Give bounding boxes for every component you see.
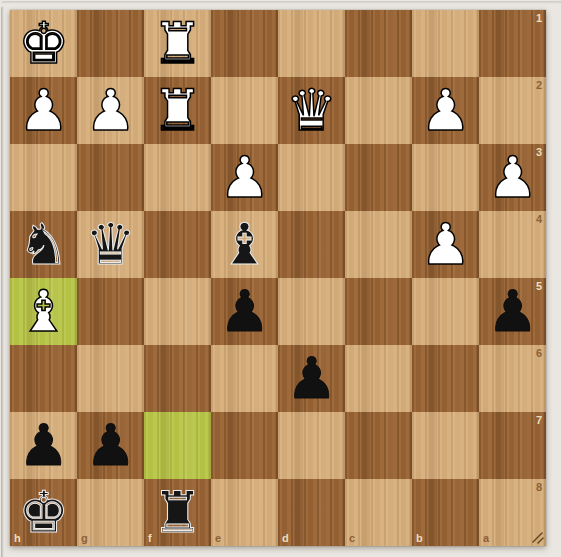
white-pawn[interactable]: ♟ xyxy=(77,77,144,144)
square-a7[interactable]: 7 xyxy=(479,412,546,479)
square-e3[interactable]: ♟ xyxy=(211,144,278,211)
file-label-c: c xyxy=(349,532,355,544)
square-a3[interactable]: 3♟ xyxy=(479,144,546,211)
square-g2[interactable]: ♟ xyxy=(77,77,144,144)
black-king[interactable]: ♚ xyxy=(10,479,77,546)
square-b7[interactable] xyxy=(412,412,479,479)
square-g3[interactable] xyxy=(77,144,144,211)
file-label-a: a xyxy=(483,532,489,544)
square-g8[interactable]: g xyxy=(77,479,144,546)
square-d6[interactable]: ♟ xyxy=(278,345,345,412)
black-knight[interactable]: ♞ xyxy=(10,211,77,278)
square-f7[interactable] xyxy=(144,412,211,479)
window-top-edge xyxy=(1,1,561,4)
square-f4[interactable] xyxy=(144,211,211,278)
square-d4[interactable] xyxy=(278,211,345,278)
square-h1[interactable]: ♚ xyxy=(10,10,77,77)
page-background: { "game": "chess", "board": { "orientati… xyxy=(0,0,561,557)
white-rook[interactable]: ♜ xyxy=(144,77,211,144)
square-e1[interactable] xyxy=(211,10,278,77)
square-b6[interactable] xyxy=(412,345,479,412)
square-d3[interactable] xyxy=(278,144,345,211)
square-h7[interactable]: ♟ xyxy=(10,412,77,479)
file-label-g: g xyxy=(81,532,88,544)
square-e5[interactable]: ♟ xyxy=(211,278,278,345)
square-h5[interactable]: ♝ xyxy=(10,278,77,345)
white-bishop[interactable]: ♝ xyxy=(10,278,77,345)
square-d1[interactable] xyxy=(278,10,345,77)
file-label-e: e xyxy=(215,532,221,544)
white-pawn[interactable]: ♟ xyxy=(10,77,77,144)
square-a5[interactable]: 5♟ xyxy=(479,278,546,345)
square-c7[interactable] xyxy=(345,412,412,479)
file-label-d: d xyxy=(282,532,289,544)
square-f1[interactable]: ♜ xyxy=(144,10,211,77)
square-c6[interactable] xyxy=(345,345,412,412)
black-pawn[interactable]: ♟ xyxy=(278,345,345,412)
square-h2[interactable]: ♟ xyxy=(10,77,77,144)
square-c3[interactable] xyxy=(345,144,412,211)
rank-label-8: 8 xyxy=(536,481,542,493)
square-f2[interactable]: ♜ xyxy=(144,77,211,144)
square-e7[interactable] xyxy=(211,412,278,479)
square-c1[interactable] xyxy=(345,10,412,77)
square-c4[interactable] xyxy=(345,211,412,278)
square-e8[interactable]: e xyxy=(211,479,278,546)
square-b4[interactable]: ♟ xyxy=(412,211,479,278)
square-b3[interactable] xyxy=(412,144,479,211)
square-g5[interactable] xyxy=(77,278,144,345)
square-e2[interactable] xyxy=(211,77,278,144)
square-a2[interactable]: 2 xyxy=(479,77,546,144)
resize-grip-icon[interactable] xyxy=(531,531,544,544)
square-d2[interactable]: ♛ xyxy=(278,77,345,144)
black-pawn[interactable]: ♟ xyxy=(479,278,546,345)
square-f5[interactable] xyxy=(144,278,211,345)
square-b8[interactable]: b xyxy=(412,479,479,546)
square-h4[interactable]: ♞ xyxy=(10,211,77,278)
square-h8[interactable]: h♚ xyxy=(10,479,77,546)
square-a6[interactable]: 6 xyxy=(479,345,546,412)
file-label-b: b xyxy=(416,532,423,544)
square-g6[interactable] xyxy=(77,345,144,412)
rank-label-1: 1 xyxy=(536,12,542,24)
square-b2[interactable]: ♟ xyxy=(412,77,479,144)
rank-label-7: 7 xyxy=(536,414,542,426)
rank-label-4: 4 xyxy=(536,213,542,225)
square-e4[interactable]: ♝ xyxy=(211,211,278,278)
white-pawn[interactable]: ♟ xyxy=(479,144,546,211)
square-g7[interactable]: ♟ xyxy=(77,412,144,479)
square-g1[interactable] xyxy=(77,10,144,77)
black-rook[interactable]: ♜ xyxy=(144,479,211,546)
square-h6[interactable] xyxy=(10,345,77,412)
square-d5[interactable] xyxy=(278,278,345,345)
square-e6[interactable] xyxy=(211,345,278,412)
square-f6[interactable] xyxy=(144,345,211,412)
white-pawn[interactable]: ♟ xyxy=(211,144,278,211)
rank-label-2: 2 xyxy=(536,79,542,91)
black-pawn[interactable]: ♟ xyxy=(10,412,77,479)
square-a4[interactable]: 4 xyxy=(479,211,546,278)
square-c8[interactable]: c xyxy=(345,479,412,546)
black-pawn[interactable]: ♟ xyxy=(77,412,144,479)
square-d7[interactable] xyxy=(278,412,345,479)
square-b1[interactable] xyxy=(412,10,479,77)
white-queen[interactable]: ♛ xyxy=(278,77,345,144)
square-b5[interactable] xyxy=(412,278,479,345)
white-pawn[interactable]: ♟ xyxy=(412,211,479,278)
square-f8[interactable]: f♜ xyxy=(144,479,211,546)
black-pawn[interactable]: ♟ xyxy=(211,278,278,345)
white-pawn[interactable]: ♟ xyxy=(412,77,479,144)
square-c2[interactable] xyxy=(345,77,412,144)
white-king[interactable]: ♚ xyxy=(10,10,77,77)
white-rook[interactable]: ♜ xyxy=(144,10,211,77)
square-c5[interactable] xyxy=(345,278,412,345)
chess-board: ♚♜1♟♟♜♛♟2♟3♟♞♛♝♟4♝♟5♟♟6♟♟7h♚gf♜edcb8a xyxy=(10,10,546,546)
black-bishop[interactable]: ♝ xyxy=(211,211,278,278)
square-f3[interactable] xyxy=(144,144,211,211)
rank-label-6: 6 xyxy=(536,347,542,359)
square-g4[interactable]: ♛ xyxy=(77,211,144,278)
square-h3[interactable] xyxy=(10,144,77,211)
square-d8[interactable]: d xyxy=(278,479,345,546)
window-left-edge xyxy=(1,6,4,557)
square-a1[interactable]: 1 xyxy=(479,10,546,77)
black-queen[interactable]: ♛ xyxy=(77,211,144,278)
